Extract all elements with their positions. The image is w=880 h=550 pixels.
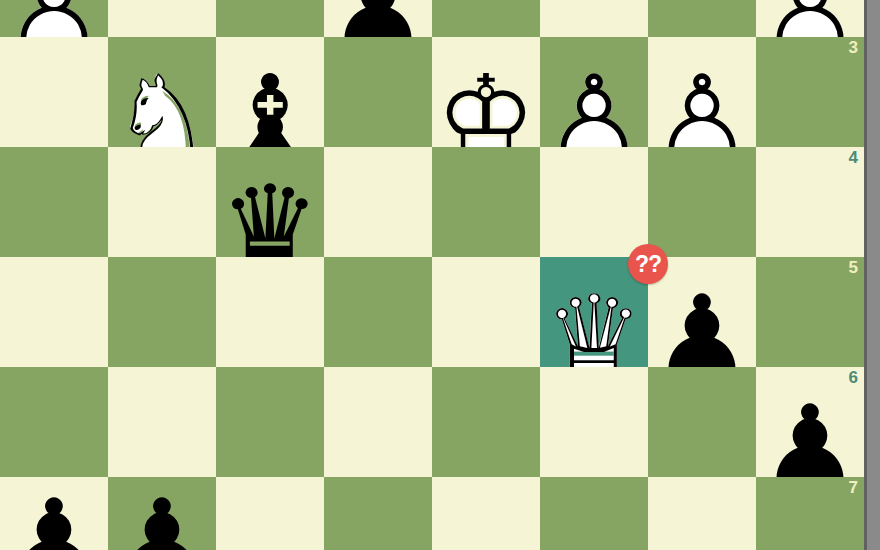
blunder-badge: ??: [628, 244, 668, 284]
square-e7[interactable]: [324, 477, 432, 550]
square-e6[interactable]: [324, 367, 432, 477]
square-a2[interactable]: ♟♙: [756, 0, 864, 37]
square-h2[interactable]: ♟♙: [0, 0, 108, 37]
square-d6[interactable]: [432, 367, 540, 477]
pawn-glyph: ♟: [108, 485, 216, 550]
rank-label-6: 6: [849, 368, 858, 388]
rank-label-5: 5: [849, 258, 858, 278]
square-e3[interactable]: [324, 37, 432, 147]
square-b3[interactable]: ♟♙: [648, 37, 756, 147]
square-c4[interactable]: [540, 147, 648, 257]
rank-label-4: 4: [849, 148, 858, 168]
square-h5[interactable]: [0, 257, 108, 367]
square-g3[interactable]: ♞♘: [108, 37, 216, 147]
square-c3[interactable]: ♟♙: [540, 37, 648, 147]
window-edge-strip: [864, 0, 880, 550]
square-g5[interactable]: [108, 257, 216, 367]
square-h3[interactable]: [0, 37, 108, 147]
square-b6[interactable]: [648, 367, 756, 477]
square-c6[interactable]: [540, 367, 648, 477]
rank-label-3: 3: [849, 38, 858, 58]
pawn-glyph: ♟: [0, 485, 108, 550]
blunder-badge-text: ??: [635, 251, 661, 278]
square-d3[interactable]: ♚♔: [432, 37, 540, 147]
chess-board: ♟♙♟♟♙♞♘♝♚♔♟♙♟♙3♛4♛♕♟56♟♟♟7: [0, 0, 864, 550]
square-d2[interactable]: [432, 0, 540, 37]
square-h7[interactable]: ♟: [0, 477, 108, 550]
square-e2[interactable]: ♟: [324, 0, 432, 37]
square-f4[interactable]: ♛: [216, 147, 324, 257]
square-c2[interactable]: [540, 0, 648, 37]
square-b2[interactable]: [648, 0, 756, 37]
square-a7[interactable]: 7: [756, 477, 864, 550]
square-f2[interactable]: [216, 0, 324, 37]
piece-black-pawn-h7[interactable]: ♟: [0, 485, 108, 550]
square-g6[interactable]: [108, 367, 216, 477]
square-h4[interactable]: [0, 147, 108, 257]
square-f6[interactable]: [216, 367, 324, 477]
square-g7[interactable]: ♟: [108, 477, 216, 550]
square-g4[interactable]: [108, 147, 216, 257]
rank-label-7: 7: [849, 478, 858, 498]
square-b7[interactable]: [648, 477, 756, 550]
square-c7[interactable]: [540, 477, 648, 550]
square-e4[interactable]: [324, 147, 432, 257]
square-h6[interactable]: [0, 367, 108, 477]
square-a3[interactable]: 3: [756, 37, 864, 147]
square-g2[interactable]: [108, 0, 216, 37]
square-a4[interactable]: 4: [756, 147, 864, 257]
piece-black-pawn-g7[interactable]: ♟: [108, 485, 216, 550]
square-e5[interactable]: [324, 257, 432, 367]
square-f5[interactable]: [216, 257, 324, 367]
square-a6[interactable]: 6♟: [756, 367, 864, 477]
square-d7[interactable]: [432, 477, 540, 550]
square-b4[interactable]: [648, 147, 756, 257]
square-f7[interactable]: [216, 477, 324, 550]
square-f3[interactable]: ♝: [216, 37, 324, 147]
square-d4[interactable]: [432, 147, 540, 257]
square-a5[interactable]: 5: [756, 257, 864, 367]
square-d5[interactable]: [432, 257, 540, 367]
